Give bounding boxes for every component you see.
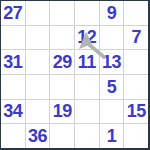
- cell-r4c3[interactable]: [75, 100, 99, 124]
- cell-r4c2[interactable]: 19: [50, 100, 74, 124]
- cell-r2c3[interactable]: 11: [75, 50, 99, 74]
- cell-r5c4[interactable]: 1: [100, 124, 124, 148]
- cell-r5c2[interactable]: [50, 124, 74, 148]
- cell-r5c0[interactable]: [1, 124, 25, 148]
- cell-r1c2[interactable]: [50, 26, 74, 50]
- cell-r2c2[interactable]: 29: [50, 50, 74, 74]
- cell-r4c1[interactable]: [26, 100, 50, 124]
- cell-r4c0[interactable]: 34: [1, 100, 25, 124]
- cell-r5c1[interactable]: 36: [26, 124, 50, 148]
- cell-r3c0[interactable]: [1, 75, 25, 99]
- cell-r2c4[interactable]: 13: [100, 50, 124, 74]
- board-grid: 27 9 12 7 31 29 11 13 5 34 19 15 36 1: [1, 1, 148, 148]
- cell-r5c5[interactable]: [124, 124, 148, 148]
- cell-r1c4[interactable]: [100, 26, 124, 50]
- cell-r0c4[interactable]: 9: [100, 1, 124, 25]
- cell-r0c2[interactable]: [50, 1, 74, 25]
- cell-r4c4[interactable]: [100, 100, 124, 124]
- cell-r0c5[interactable]: [124, 1, 148, 25]
- cell-r0c0[interactable]: 27: [1, 1, 25, 25]
- cell-r3c3[interactable]: [75, 75, 99, 99]
- cell-r0c1[interactable]: [26, 1, 50, 25]
- cell-r3c2[interactable]: [50, 75, 74, 99]
- cell-r0c3[interactable]: [75, 1, 99, 25]
- hidato-board: 27 9 12 7 31 29 11 13 5 34 19 15 36 1: [0, 0, 150, 150]
- cell-r3c5[interactable]: [124, 75, 148, 99]
- cell-r2c0[interactable]: 31: [1, 50, 25, 74]
- cell-r1c1[interactable]: [26, 26, 50, 50]
- cell-r3c4[interactable]: 5: [100, 75, 124, 99]
- cell-r2c5[interactable]: [124, 50, 148, 74]
- cell-r3c1[interactable]: [26, 75, 50, 99]
- cell-r2c1[interactable]: [26, 50, 50, 74]
- cell-r1c5[interactable]: 7: [124, 26, 148, 50]
- cell-r1c0[interactable]: [1, 26, 25, 50]
- cell-r4c5[interactable]: 15: [124, 100, 148, 124]
- cell-r1c3[interactable]: 12: [75, 26, 99, 50]
- cell-r5c3[interactable]: [75, 124, 99, 148]
